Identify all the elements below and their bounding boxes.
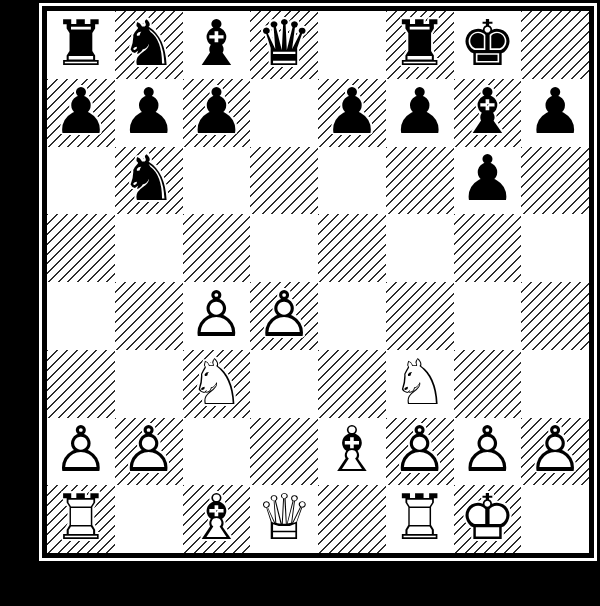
square-e2[interactable]: ♝♗ (318, 418, 386, 486)
piece-black-pawn: ♟♟ (318, 79, 386, 147)
square-a6[interactable] (47, 147, 115, 215)
square-g5[interactable] (454, 214, 522, 282)
square-h8[interactable] (521, 11, 589, 79)
square-c8[interactable]: ♝♝ (183, 11, 251, 79)
square-b2[interactable]: ♟♙ (115, 418, 183, 486)
piece-white-pawn: ♟♙ (386, 418, 454, 486)
square-e7[interactable]: ♟♟ (318, 79, 386, 147)
square-c2[interactable] (183, 418, 251, 486)
pawn-icon: ♟ (120, 79, 176, 142)
pawn-icon: ♙ (188, 282, 244, 345)
square-d7[interactable] (250, 79, 318, 147)
square-h5[interactable] (521, 214, 589, 282)
queen-icon: ♕ (256, 486, 312, 549)
square-d4[interactable]: ♟♙ (250, 282, 318, 350)
square-e8[interactable] (318, 11, 386, 79)
king-icon: ♔ (459, 486, 515, 549)
square-h2[interactable]: ♟♙ (521, 418, 589, 486)
square-f2[interactable]: ♟♙ (386, 418, 454, 486)
piece-black-pawn: ♟♟ (115, 79, 183, 147)
square-a3[interactable] (47, 350, 115, 418)
piece-black-pawn: ♟♟ (183, 79, 251, 147)
pawn-icon: ♟ (527, 79, 583, 142)
square-f5[interactable] (386, 214, 454, 282)
square-h6[interactable] (521, 147, 589, 215)
knight-icon: ♞ (120, 147, 176, 210)
square-f4[interactable] (386, 282, 454, 350)
piece-white-pawn: ♟♙ (115, 418, 183, 486)
piece-black-bishop: ♝♝ (183, 11, 251, 79)
piece-white-pawn: ♟♙ (183, 282, 251, 350)
pawn-icon: ♟ (459, 147, 515, 210)
square-c4[interactable]: ♟♙ (183, 282, 251, 350)
bishop-icon: ♗ (324, 418, 380, 481)
square-f8[interactable]: ♜♜ (386, 11, 454, 79)
pawn-icon: ♙ (527, 418, 583, 481)
chess-board: ♜♜♞♞♝♝♛♛♜♜♚♚♟♟♟♟♟♟♟♟♟♟♝♝♟♟♞♞♟♟♟♙♟♙♞♘♞♘♟♙… (47, 11, 589, 553)
pawn-icon: ♟ (391, 79, 447, 142)
square-d5[interactable] (250, 214, 318, 282)
square-e1[interactable] (318, 485, 386, 553)
square-h3[interactable] (521, 350, 589, 418)
square-f3[interactable]: ♞♘ (386, 350, 454, 418)
pawn-icon: ♙ (53, 418, 109, 481)
square-g4[interactable] (454, 282, 522, 350)
square-g3[interactable] (454, 350, 522, 418)
rook-icon: ♜ (53, 11, 109, 74)
square-f6[interactable] (386, 147, 454, 215)
pawn-icon: ♙ (120, 418, 176, 481)
knight-icon: ♘ (188, 350, 244, 413)
square-g6[interactable]: ♟♟ (454, 147, 522, 215)
square-c5[interactable] (183, 214, 251, 282)
square-b6[interactable]: ♞♞ (115, 147, 183, 215)
square-a8[interactable]: ♜♜ (47, 11, 115, 79)
piece-black-pawn: ♟♟ (521, 79, 589, 147)
piece-white-bishop: ♝♗ (183, 485, 251, 553)
rook-icon: ♖ (53, 486, 109, 549)
pawn-icon: ♙ (459, 418, 515, 481)
square-e3[interactable] (318, 350, 386, 418)
piece-black-pawn: ♟♟ (47, 79, 115, 147)
square-d2[interactable] (250, 418, 318, 486)
square-g8[interactable]: ♚♚ (454, 11, 522, 79)
knight-icon: ♞ (120, 11, 176, 74)
piece-white-rook: ♜♖ (47, 485, 115, 553)
bishop-icon: ♗ (188, 486, 244, 549)
square-e4[interactable] (318, 282, 386, 350)
king-icon: ♚ (459, 11, 515, 74)
square-a4[interactable] (47, 282, 115, 350)
piece-white-king: ♚♔ (454, 485, 522, 553)
square-b4[interactable] (115, 282, 183, 350)
square-h1[interactable] (521, 485, 589, 553)
piece-black-queen: ♛♛ (250, 11, 318, 79)
bishop-icon: ♝ (459, 79, 515, 142)
square-d3[interactable] (250, 350, 318, 418)
square-c6[interactable] (183, 147, 251, 215)
square-c3[interactable]: ♞♘ (183, 350, 251, 418)
piece-white-knight: ♞♘ (386, 350, 454, 418)
pawn-icon: ♙ (391, 418, 447, 481)
piece-black-bishop: ♝♝ (454, 79, 522, 147)
piece-black-rook: ♜♜ (47, 11, 115, 79)
piece-white-bishop: ♝♗ (318, 418, 386, 486)
bishop-icon: ♝ (188, 11, 244, 74)
rook-icon: ♜ (391, 11, 447, 74)
square-d1[interactable]: ♛♕ (250, 485, 318, 553)
queen-icon: ♛ (256, 11, 312, 74)
square-g7[interactable]: ♝♝ (454, 79, 522, 147)
piece-black-rook: ♜♜ (386, 11, 454, 79)
square-a1[interactable]: ♜♖ (47, 485, 115, 553)
square-e5[interactable] (318, 214, 386, 282)
square-a7[interactable]: ♟♟ (47, 79, 115, 147)
board-border: ♜♜♞♞♝♝♛♛♜♜♚♚♟♟♟♟♟♟♟♟♟♟♝♝♟♟♞♞♟♟♟♙♟♙♞♘♞♘♟♙… (42, 6, 594, 558)
piece-white-pawn: ♟♙ (454, 418, 522, 486)
square-a2[interactable]: ♟♙ (47, 418, 115, 486)
rook-icon: ♖ (391, 486, 447, 549)
board-frame: ♜♜♞♞♝♝♛♛♜♜♚♚♟♟♟♟♟♟♟♟♟♟♝♝♟♟♞♞♟♟♟♙♟♙♞♘♞♘♟♙… (39, 3, 597, 561)
square-c7[interactable]: ♟♟ (183, 79, 251, 147)
square-b3[interactable] (115, 350, 183, 418)
piece-white-queen: ♛♕ (250, 485, 318, 553)
square-b5[interactable] (115, 214, 183, 282)
piece-white-rook: ♜♖ (386, 485, 454, 553)
piece-white-pawn: ♟♙ (521, 418, 589, 486)
piece-black-pawn: ♟♟ (386, 79, 454, 147)
square-h7[interactable]: ♟♟ (521, 79, 589, 147)
pawn-icon: ♙ (256, 282, 312, 345)
square-a5[interactable] (47, 214, 115, 282)
piece-black-pawn: ♟♟ (454, 147, 522, 215)
square-b7[interactable]: ♟♟ (115, 79, 183, 147)
square-c1[interactable]: ♝♗ (183, 485, 251, 553)
piece-white-pawn: ♟♙ (250, 282, 318, 350)
square-g1[interactable]: ♚♔ (454, 485, 522, 553)
piece-white-pawn: ♟♙ (47, 418, 115, 486)
square-b1[interactable] (115, 485, 183, 553)
square-d6[interactable] (250, 147, 318, 215)
square-b8[interactable]: ♞♞ (115, 11, 183, 79)
square-h4[interactable] (521, 282, 589, 350)
piece-black-knight: ♞♞ (115, 11, 183, 79)
pawn-icon: ♟ (53, 79, 109, 142)
square-f7[interactable]: ♟♟ (386, 79, 454, 147)
square-g2[interactable]: ♟♙ (454, 418, 522, 486)
pawn-icon: ♟ (188, 79, 244, 142)
piece-black-king: ♚♚ (454, 11, 522, 79)
pawn-icon: ♟ (324, 79, 380, 142)
piece-black-knight: ♞♞ (115, 147, 183, 215)
piece-white-knight: ♞♘ (183, 350, 251, 418)
square-e6[interactable] (318, 147, 386, 215)
square-d8[interactable]: ♛♛ (250, 11, 318, 79)
knight-icon: ♘ (391, 350, 447, 413)
square-f1[interactable]: ♜♖ (386, 485, 454, 553)
